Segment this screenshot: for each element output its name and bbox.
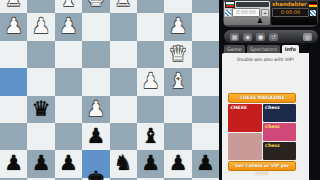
tab-bar: Game Spectators Info <box>224 45 318 53</box>
square[interactable] <box>27 123 54 150</box>
square[interactable] <box>82 68 109 95</box>
square[interactable] <box>110 41 137 68</box>
app-window: ♜♝♚♜♟♟♟♟♛♟♝♛♟♟♝♟♟♟♞♟♟♟♚ 0:00:00 + ♟ shan… <box>0 0 320 180</box>
square[interactable] <box>0 41 27 68</box>
square[interactable] <box>0 123 27 150</box>
ad-header[interactable]: CHESS MAGAZINE <box>228 93 296 103</box>
magazine-cover[interactable]: Chess <box>263 142 297 160</box>
square[interactable] <box>82 41 109 68</box>
chess-board: ♜♝♚♜♟♟♟♟♛♟♝♛♟♟♝♟♟♟♞♟♟♟♚ <box>0 0 220 180</box>
square[interactable]: ♚ <box>82 0 109 13</box>
clock-right: 0:00:00 <box>272 8 309 17</box>
square[interactable] <box>137 96 164 123</box>
square[interactable] <box>110 178 137 180</box>
board-grid[interactable]: ♜♝♚♜♟♟♟♟♛♟♝♛♟♟♝♟♟♟♞♟♟♟♚ <box>0 0 219 180</box>
magazine-ad[interactable]: CHESS MAGAZINE CHESS ChessChessChess Get… <box>228 93 296 171</box>
chat-message: Double win also with VIP! <box>222 57 309 62</box>
black-knight-d7[interactable]: ♞ <box>110 150 137 177</box>
bulgaria-flag-icon <box>225 1 235 8</box>
square[interactable] <box>192 13 219 40</box>
square[interactable]: ♜ <box>0 0 27 13</box>
square[interactable] <box>192 68 219 95</box>
square[interactable]: ♟ <box>137 150 164 177</box>
square[interactable]: ♝ <box>55 0 82 13</box>
square[interactable]: ♟ <box>0 13 27 40</box>
square[interactable]: ♟ <box>137 68 164 95</box>
white-pawn-g2[interactable]: ♟ <box>27 13 54 40</box>
ad-footer[interactable]: Get Callela or VIP per sale! <box>228 161 296 171</box>
square[interactable] <box>55 123 82 150</box>
player-name-left <box>236 2 269 7</box>
tab-game[interactable]: Game <box>224 45 245 53</box>
captured-piece-tray-left: ♟ <box>257 17 263 25</box>
black-bishop-c6[interactable]: ♝ <box>137 123 164 150</box>
square[interactable] <box>110 123 137 150</box>
square[interactable] <box>164 96 191 123</box>
white-pawn-b2[interactable]: ♟ <box>164 13 191 40</box>
undo-icon[interactable]: ↺ <box>269 33 278 41</box>
board-icon[interactable]: ▦ <box>230 33 239 41</box>
black-pawn-b7[interactable]: ♟ <box>164 150 191 177</box>
record-icon[interactable]: ● <box>256 33 265 41</box>
square[interactable] <box>0 96 27 123</box>
magazine-cover[interactable] <box>228 133 262 161</box>
tab-info[interactable]: Info <box>282 45 299 53</box>
square[interactable] <box>137 13 164 40</box>
black-pawn-e6[interactable]: ♟ <box>82 123 109 150</box>
square[interactable] <box>55 96 82 123</box>
black-king-e8[interactable]: ♚ <box>82 166 109 180</box>
square[interactable]: ♚ <box>82 178 109 180</box>
square[interactable]: ♟ <box>55 13 82 40</box>
square[interactable] <box>0 68 27 95</box>
add-time-button[interactable]: + <box>261 9 269 17</box>
white-rook-d1[interactable]: ♜ <box>110 0 137 13</box>
clock-left: 0:00:00 <box>232 8 260 17</box>
germany-flag-icon <box>308 1 317 8</box>
square[interactable] <box>164 123 191 150</box>
magazine-cover[interactable]: CHESS <box>228 104 262 132</box>
toolbar: ▦◉●↺◍ <box>224 30 318 43</box>
square[interactable] <box>27 178 54 180</box>
square[interactable] <box>164 0 191 13</box>
square[interactable]: ♜ <box>110 0 137 13</box>
player-plate-right: shandablar 0:00:00 ♟ <box>271 1 317 25</box>
square[interactable]: ♝ <box>164 68 191 95</box>
black-pawn-g7[interactable]: ♟ <box>27 150 54 177</box>
square[interactable]: ♟ <box>164 150 191 177</box>
black-pawn-a7[interactable]: ♟ <box>192 150 219 177</box>
square[interactable] <box>27 68 54 95</box>
black-pawn-c7[interactable]: ♟ <box>137 150 164 177</box>
pencil-icon[interactable] <box>310 10 316 16</box>
bell-icon[interactable]: ◍ <box>303 33 312 41</box>
white-pawn-c4[interactable]: ♟ <box>137 68 164 95</box>
square[interactable] <box>55 68 82 95</box>
white-rook-h1[interactable]: ♜ <box>0 0 27 13</box>
square[interactable] <box>137 178 164 180</box>
square[interactable] <box>0 178 27 180</box>
square[interactable] <box>192 123 219 150</box>
magazine-covers: CHESS ChessChessChess <box>228 104 296 160</box>
square[interactable] <box>192 41 219 68</box>
black-pawn-f7[interactable]: ♟ <box>55 150 82 177</box>
square[interactable] <box>192 0 219 13</box>
square[interactable]: ♛ <box>27 96 54 123</box>
square[interactable]: ♟ <box>55 150 82 177</box>
white-queen-b3[interactable]: ♛ <box>164 41 191 68</box>
magazine-cover[interactable]: Chess <box>263 123 297 141</box>
square[interactable] <box>55 41 82 68</box>
square[interactable]: ♟ <box>0 150 27 177</box>
square[interactable]: ♞ <box>110 150 137 177</box>
player-name-right: shandablar <box>272 1 307 8</box>
white-king-e1[interactable]: ♚ <box>82 0 109 13</box>
square[interactable]: ♟ <box>192 150 219 177</box>
square[interactable] <box>82 13 109 40</box>
tab-spectators[interactable]: Spectators <box>247 45 280 53</box>
white-pawn-e5[interactable]: ♟ <box>82 96 109 123</box>
square[interactable]: ♛ <box>164 41 191 68</box>
info-panel: Double win also with VIP! CHESS MAGAZINE… <box>222 53 309 180</box>
captured-piece-tray-right: ♟ <box>304 17 310 25</box>
player-plates-panel: 0:00:00 + ♟ shandablar 0:00:00 ♟ <box>223 0 318 27</box>
square[interactable]: ♟ <box>82 96 109 123</box>
square[interactable] <box>55 178 82 180</box>
white-bishop-f1[interactable]: ♝ <box>55 0 82 13</box>
camera-icon[interactable]: ◉ <box>243 33 252 41</box>
pencil-icon[interactable] <box>225 10 231 16</box>
square[interactable] <box>110 68 137 95</box>
square[interactable]: ♟ <box>164 13 191 40</box>
player-plate-left: 0:00:00 + ♟ <box>224 1 270 25</box>
square[interactable]: ♟ <box>82 123 109 150</box>
square[interactable]: ♟ <box>27 150 54 177</box>
white-pawn-h2[interactable]: ♟ <box>0 13 27 40</box>
square[interactable] <box>27 41 54 68</box>
square[interactable] <box>137 0 164 13</box>
square[interactable] <box>110 96 137 123</box>
black-queen-g5[interactable]: ♛ <box>27 96 54 123</box>
black-pawn-h7[interactable]: ♟ <box>0 150 27 177</box>
magazine-cover[interactable]: Chess <box>263 104 297 122</box>
square[interactable] <box>27 0 54 13</box>
square[interactable]: ♟ <box>27 13 54 40</box>
white-bishop-b4[interactable]: ♝ <box>164 68 191 95</box>
square[interactable]: ♝ <box>137 123 164 150</box>
square[interactable] <box>164 178 191 180</box>
square[interactable] <box>110 13 137 40</box>
square[interactable] <box>192 178 219 180</box>
square[interactable] <box>137 41 164 68</box>
square[interactable] <box>192 96 219 123</box>
white-pawn-f2[interactable]: ♟ <box>55 13 82 40</box>
